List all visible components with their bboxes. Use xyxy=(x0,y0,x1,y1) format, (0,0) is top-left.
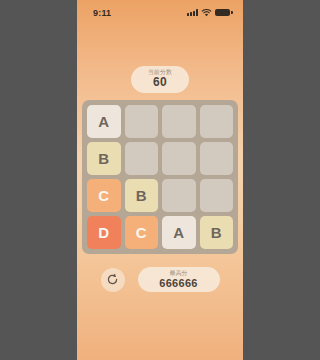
status-time: 9:11 xyxy=(93,8,111,18)
battery-icon xyxy=(215,9,230,16)
current-score-value: 60 xyxy=(153,76,167,90)
empty-cell-r1c2 xyxy=(125,105,159,138)
app-screen: 9:11 当前分数 60 ABCBDCAB 最高分 666666 xyxy=(77,0,243,360)
restart-button[interactable] xyxy=(101,268,125,292)
empty-cell-r2c3 xyxy=(162,142,196,175)
tile-a-r4c3: A xyxy=(162,216,196,249)
wifi-icon xyxy=(201,9,212,17)
tile-b-r3c2: B xyxy=(125,179,159,212)
bottom-controls: 最高分 666666 xyxy=(77,267,243,292)
cellular-signal-icon xyxy=(187,9,198,16)
empty-cell-r3c3 xyxy=(162,179,196,212)
empty-cell-r1c3 xyxy=(162,105,196,138)
tile-d-r4c1: D xyxy=(87,216,121,249)
status-bar: 9:11 xyxy=(77,0,243,25)
status-icons xyxy=(187,9,230,17)
tile-c-r3c1: C xyxy=(87,179,121,212)
tile-a-r1c1: A xyxy=(87,105,121,138)
current-score-panel: 当前分数 60 xyxy=(131,66,189,93)
empty-cell-r1c4 xyxy=(200,105,234,138)
best-score-value: 666666 xyxy=(159,277,198,290)
refresh-icon xyxy=(106,273,119,286)
tile-b-r2c1: B xyxy=(87,142,121,175)
best-score-label: 最高分 xyxy=(170,270,188,277)
tile-b-r4c4: B xyxy=(200,216,234,249)
empty-cell-r2c4 xyxy=(200,142,234,175)
empty-cell-r2c2 xyxy=(125,142,159,175)
tile-c-r4c2: C xyxy=(125,216,159,249)
board-grid[interactable]: ABCBDCAB xyxy=(82,100,238,254)
empty-cell-r3c4 xyxy=(200,179,234,212)
best-score-panel: 最高分 666666 xyxy=(138,267,220,292)
